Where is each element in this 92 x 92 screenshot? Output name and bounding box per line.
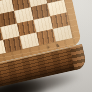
chess-board: ✳ ♞ (0, 0, 91, 92)
chess-board-photo: ✳ ♞ (0, 0, 92, 92)
square-h1 (53, 25, 72, 41)
